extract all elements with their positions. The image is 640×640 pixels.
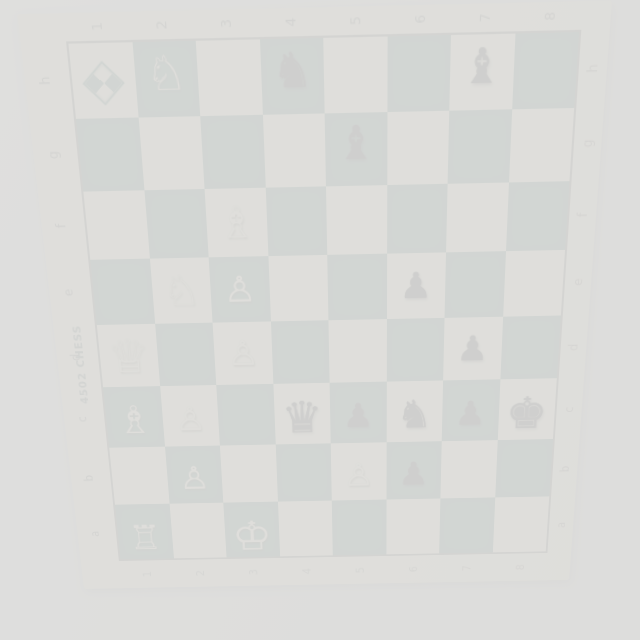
square-e1[interactable] bbox=[90, 258, 154, 325]
square-g1[interactable] bbox=[76, 118, 144, 191]
square-h1[interactable] bbox=[68, 42, 138, 119]
square-f4[interactable] bbox=[265, 186, 327, 256]
square-g2[interactable] bbox=[138, 116, 204, 189]
white-pawn-b2[interactable]: ♙ bbox=[178, 462, 210, 494]
square-f1[interactable] bbox=[83, 190, 149, 260]
square-b5[interactable]: ♙ bbox=[331, 442, 386, 500]
square-b2[interactable]: ♙ bbox=[164, 445, 223, 503]
square-a1[interactable]: ♖ bbox=[115, 503, 174, 559]
square-c1[interactable]: ♗ bbox=[103, 386, 164, 447]
white-pawn-e3[interactable]: ♙ bbox=[223, 271, 257, 307]
square-h6[interactable] bbox=[387, 35, 451, 112]
black-pawn-b6[interactable]: ♟ bbox=[398, 458, 429, 490]
square-c6[interactable]: ♞ bbox=[386, 381, 443, 442]
square-d6[interactable] bbox=[386, 318, 444, 382]
white-pawn-c2[interactable]: ♙ bbox=[174, 403, 207, 436]
black-queen-c4[interactable]: ♛ bbox=[281, 395, 323, 439]
square-f8[interactable] bbox=[506, 181, 570, 251]
white-rook-a1[interactable]: ♖ bbox=[127, 521, 163, 555]
square-e6[interactable]: ♟ bbox=[386, 252, 446, 319]
vinyl-chess-mat: 12345678 12345678 hgfedcba hgfedcba 4502… bbox=[17, 1, 612, 589]
square-d1[interactable]: ♕ bbox=[97, 324, 160, 388]
black-king-c8[interactable]: ♚ bbox=[505, 391, 549, 435]
square-f5[interactable] bbox=[326, 185, 387, 255]
square-b4[interactable] bbox=[275, 443, 332, 501]
board: ♘♞♝♝♗♘♙♟♕♙♟♗♙♛♟♞♟♚♙♙♟♖♔ bbox=[68, 32, 579, 559]
square-g3[interactable] bbox=[200, 115, 265, 188]
square-d5[interactable] bbox=[328, 319, 386, 383]
square-a7[interactable] bbox=[439, 497, 495, 553]
square-a8[interactable] bbox=[492, 496, 549, 552]
playing-area: ♘♞♝♝♗♘♙♟♕♙♟♗♙♛♟♞♟♚♙♙♟♖♔ bbox=[66, 30, 581, 561]
square-g6[interactable] bbox=[387, 111, 449, 185]
black-bishop-g5[interactable]: ♝ bbox=[336, 121, 376, 168]
square-d8[interactable] bbox=[500, 316, 561, 380]
white-knight-h2[interactable]: ♘ bbox=[144, 49, 188, 98]
brand-text: 4502 CHESS bbox=[69, 322, 91, 407]
square-f2[interactable] bbox=[144, 188, 209, 258]
black-pawn-e6[interactable]: ♟ bbox=[400, 268, 433, 304]
square-d4[interactable] bbox=[270, 320, 329, 384]
square-a5[interactable] bbox=[332, 499, 386, 555]
square-f3[interactable]: ♗ bbox=[205, 187, 268, 257]
white-bishop-c1[interactable]: ♗ bbox=[115, 401, 154, 440]
square-e5[interactable] bbox=[327, 253, 386, 320]
square-h8[interactable] bbox=[512, 32, 579, 109]
square-d3[interactable]: ♙ bbox=[213, 321, 273, 385]
white-pawn-d3[interactable]: ♙ bbox=[226, 336, 259, 371]
board-perspective-wrapper: 12345678 12345678 hgfedcba hgfedcba 4502… bbox=[17, 1, 612, 589]
black-knight-c6[interactable]: ♞ bbox=[396, 396, 433, 435]
square-e2[interactable]: ♘ bbox=[149, 257, 212, 324]
square-c5[interactable]: ♟ bbox=[330, 382, 387, 443]
square-g5[interactable]: ♝ bbox=[325, 112, 387, 186]
square-f6[interactable] bbox=[387, 183, 448, 253]
black-knight-h4[interactable]: ♞ bbox=[271, 47, 313, 96]
square-h2[interactable]: ♘ bbox=[132, 41, 200, 118]
square-g7[interactable] bbox=[448, 110, 512, 184]
white-knight-e2[interactable]: ♘ bbox=[161, 270, 202, 312]
square-a3[interactable]: ♔ bbox=[223, 501, 279, 557]
white-pawn-b5[interactable]: ♙ bbox=[343, 459, 374, 491]
square-a2[interactable] bbox=[169, 502, 226, 558]
black-pawn-c5[interactable]: ♟ bbox=[343, 400, 374, 433]
white-king-a3[interactable]: ♔ bbox=[231, 515, 272, 555]
square-c2[interactable]: ♙ bbox=[160, 385, 220, 446]
square-b6[interactable]: ♟ bbox=[386, 441, 442, 500]
square-f7[interactable] bbox=[446, 182, 508, 252]
white-bishop-f3[interactable]: ♗ bbox=[216, 200, 257, 244]
square-h5[interactable] bbox=[323, 37, 387, 114]
square-c7[interactable]: ♟ bbox=[442, 380, 500, 441]
black-pawn-c7[interactable]: ♟ bbox=[454, 397, 486, 430]
square-e4[interactable] bbox=[268, 255, 329, 322]
square-e7[interactable] bbox=[445, 251, 506, 318]
square-g8[interactable] bbox=[509, 108, 575, 182]
square-b3[interactable] bbox=[220, 444, 278, 502]
square-h4[interactable]: ♞ bbox=[259, 38, 324, 115]
square-c3[interactable] bbox=[216, 384, 275, 445]
square-h3[interactable] bbox=[196, 39, 263, 116]
black-bishop-h7[interactable]: ♝ bbox=[461, 42, 503, 91]
square-a6[interactable] bbox=[386, 498, 440, 554]
square-c8[interactable]: ♚ bbox=[497, 378, 556, 439]
square-e8[interactable] bbox=[503, 250, 565, 317]
square-b7[interactable] bbox=[440, 440, 497, 499]
white-queen-d1[interactable]: ♕ bbox=[105, 333, 151, 379]
photo-scene: { "game": "chess", "scene_description": … bbox=[0, 0, 640, 640]
square-c4[interactable]: ♛ bbox=[273, 383, 331, 444]
black-pawn-d7[interactable]: ♟ bbox=[456, 332, 489, 367]
square-d2[interactable] bbox=[155, 323, 217, 387]
square-b1[interactable] bbox=[109, 446, 169, 504]
square-h7[interactable]: ♝ bbox=[449, 34, 515, 111]
square-d7[interactable]: ♟ bbox=[443, 317, 503, 381]
square-g4[interactable] bbox=[262, 114, 326, 187]
square-e3[interactable]: ♙ bbox=[209, 256, 271, 323]
square-b8[interactable] bbox=[495, 439, 553, 498]
rank-labels-bottom: 12345678 bbox=[119, 556, 547, 585]
square-a4[interactable] bbox=[278, 500, 333, 556]
